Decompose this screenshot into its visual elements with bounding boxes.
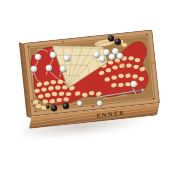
track-spot	[132, 74, 138, 79]
track-spot	[121, 43, 127, 47]
photo-background: ENNER	[0, 0, 172, 172]
track-spot	[36, 104, 42, 108]
board-surface	[23, 29, 160, 116]
track-spot	[63, 97, 69, 102]
track-spot	[125, 82, 131, 86]
board-art	[23, 29, 160, 116]
track-spot	[128, 56, 134, 61]
track-spot	[112, 65, 118, 70]
sword-pommel	[141, 88, 144, 91]
track-spot	[66, 92, 72, 96]
track-spot	[111, 75, 117, 79]
track-spot	[89, 91, 95, 95]
track-spot	[34, 88, 40, 93]
game-box: ENNER	[23, 29, 160, 116]
gold-stud	[152, 61, 154, 63]
track-spot	[45, 93, 51, 97]
track-spot	[50, 80, 56, 84]
